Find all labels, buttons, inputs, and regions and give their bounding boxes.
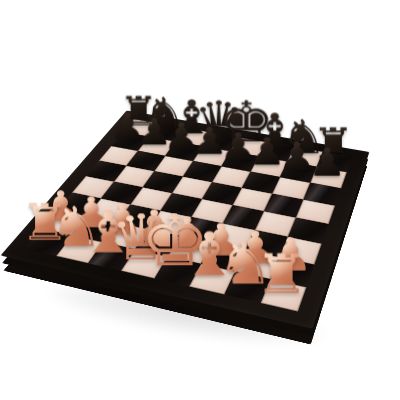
black-pawn: ♟ — [308, 143, 346, 182]
pink-rook: ♜ — [255, 247, 309, 301]
photo-scene: ♜♞♝♛♚♝♞♜♟♟♟♟♟♟♟♟♟♟♟♟♟♟♟♟♜♞♝♛♚♝♞♜ — [0, 0, 400, 400]
square-h1: ♜ — [261, 279, 307, 311]
board-grid: ♜♞♝♛♚♝♞♜♟♟♟♟♟♟♟♟♟♟♟♟♟♟♟♟♜♞♝♛♚♝♞♜ — [25, 119, 352, 311]
